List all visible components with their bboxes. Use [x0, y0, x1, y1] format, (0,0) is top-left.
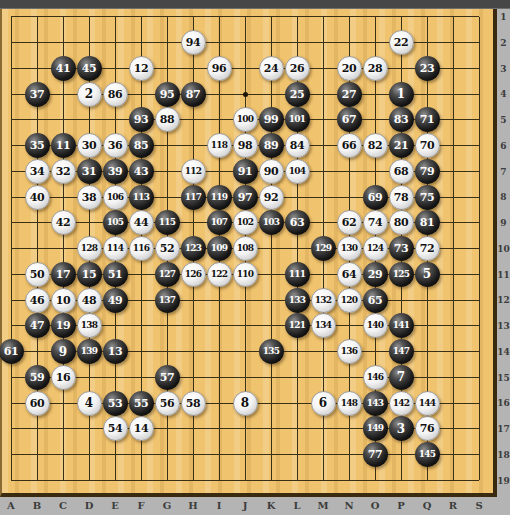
intersection-G10[interactable]: 52	[154, 236, 180, 262]
intersection-K19[interactable]	[258, 468, 284, 494]
intersection-I8[interactable]: 119	[206, 184, 232, 210]
intersection-C11[interactable]: 17	[50, 262, 76, 288]
intersection-I17[interactable]	[206, 416, 232, 442]
intersection-H7[interactable]: 112	[180, 159, 206, 185]
intersection-N8[interactable]	[336, 184, 362, 210]
intersection-G15[interactable]: 57	[154, 365, 180, 391]
intersection-B7[interactable]: 34	[24, 159, 50, 185]
intersection-N11[interactable]: 64	[336, 262, 362, 288]
intersection-E14[interactable]: 13	[102, 339, 128, 365]
intersection-I16[interactable]	[206, 390, 232, 416]
intersection-O16[interactable]: 143	[362, 390, 388, 416]
intersection-Q12[interactable]	[414, 287, 440, 313]
intersection-G4[interactable]: 95	[154, 81, 180, 107]
intersection-O3[interactable]: 28	[362, 56, 388, 82]
intersection-A17[interactable]	[0, 416, 24, 442]
intersection-K14[interactable]: 135	[258, 339, 284, 365]
intersection-H10[interactable]: 123	[180, 236, 206, 262]
intersection-I13[interactable]	[206, 313, 232, 339]
intersection-D9[interactable]	[76, 210, 102, 236]
intersection-J6[interactable]: 98	[232, 133, 258, 159]
intersection-R10[interactable]	[440, 236, 466, 262]
intersection-I10[interactable]: 109	[206, 236, 232, 262]
intersection-S15[interactable]	[466, 365, 492, 391]
intersection-G9[interactable]: 115	[154, 210, 180, 236]
intersection-F15[interactable]	[128, 365, 154, 391]
intersection-C15[interactable]: 16	[50, 365, 76, 391]
intersection-K2[interactable]	[258, 30, 284, 56]
intersection-O14[interactable]	[362, 339, 388, 365]
intersection-D12[interactable]: 48	[76, 287, 102, 313]
intersection-O4[interactable]	[362, 81, 388, 107]
intersection-A6[interactable]	[0, 133, 24, 159]
intersection-H17[interactable]	[180, 416, 206, 442]
intersection-M4[interactable]	[310, 81, 336, 107]
intersection-N13[interactable]	[336, 313, 362, 339]
intersection-B14[interactable]	[24, 339, 50, 365]
intersection-P4[interactable]: 1	[388, 81, 414, 107]
intersection-I2[interactable]	[206, 30, 232, 56]
intersection-G17[interactable]	[154, 416, 180, 442]
intersection-A3[interactable]	[0, 56, 24, 82]
intersection-G12[interactable]: 137	[154, 287, 180, 313]
intersection-R3[interactable]	[440, 56, 466, 82]
intersection-D6[interactable]: 30	[76, 133, 102, 159]
intersection-D10[interactable]: 128	[76, 236, 102, 262]
intersection-R15[interactable]	[440, 365, 466, 391]
intersection-F19[interactable]	[128, 468, 154, 494]
intersection-R16[interactable]	[440, 390, 466, 416]
intersection-M16[interactable]: 6	[310, 390, 336, 416]
intersection-D14[interactable]: 139	[76, 339, 102, 365]
intersection-J2[interactable]	[232, 30, 258, 56]
intersection-P12[interactable]	[388, 287, 414, 313]
intersection-Q8[interactable]: 75	[414, 184, 440, 210]
intersection-Q7[interactable]: 79	[414, 159, 440, 185]
intersection-N14[interactable]: 136	[336, 339, 362, 365]
intersection-H14[interactable]	[180, 339, 206, 365]
intersection-G13[interactable]	[154, 313, 180, 339]
intersection-H9[interactable]	[180, 210, 206, 236]
intersection-H16[interactable]: 58	[180, 390, 206, 416]
intersection-Q4[interactable]	[414, 81, 440, 107]
intersection-Q14[interactable]	[414, 339, 440, 365]
intersection-M13[interactable]: 134	[310, 313, 336, 339]
intersection-N17[interactable]	[336, 416, 362, 442]
intersection-S7[interactable]	[466, 159, 492, 185]
intersection-L12[interactable]: 133	[284, 287, 310, 313]
intersection-A14[interactable]: 61	[0, 339, 24, 365]
intersection-L2[interactable]	[284, 30, 310, 56]
intersection-I7[interactable]	[206, 159, 232, 185]
intersection-D5[interactable]	[76, 107, 102, 133]
intersection-S4[interactable]	[466, 81, 492, 107]
intersection-N5[interactable]: 67	[336, 107, 362, 133]
intersection-H19[interactable]	[180, 468, 206, 494]
intersection-D17[interactable]	[76, 416, 102, 442]
intersection-S9[interactable]	[466, 210, 492, 236]
intersection-P11[interactable]: 125	[388, 262, 414, 288]
intersection-P5[interactable]: 83	[388, 107, 414, 133]
intersection-E11[interactable]: 51	[102, 262, 128, 288]
intersection-I15[interactable]	[206, 365, 232, 391]
intersection-N12[interactable]: 120	[336, 287, 362, 313]
intersection-N4[interactable]: 27	[336, 81, 362, 107]
intersection-D8[interactable]: 38	[76, 184, 102, 210]
intersection-S18[interactable]	[466, 442, 492, 468]
intersection-I12[interactable]	[206, 287, 232, 313]
intersection-J11[interactable]: 110	[232, 262, 258, 288]
intersection-M17[interactable]	[310, 416, 336, 442]
intersection-L10[interactable]	[284, 236, 310, 262]
intersection-L15[interactable]	[284, 365, 310, 391]
intersection-L5[interactable]: 101	[284, 107, 310, 133]
intersection-I6[interactable]: 118	[206, 133, 232, 159]
intersection-D13[interactable]: 138	[76, 313, 102, 339]
intersection-D18[interactable]	[76, 442, 102, 468]
intersection-D3[interactable]: 45	[76, 56, 102, 82]
intersection-N19[interactable]	[336, 468, 362, 494]
intersection-S5[interactable]	[466, 107, 492, 133]
intersection-G14[interactable]	[154, 339, 180, 365]
intersection-K16[interactable]	[258, 390, 284, 416]
intersection-F13[interactable]	[128, 313, 154, 339]
intersection-F4[interactable]	[128, 81, 154, 107]
intersection-A10[interactable]	[0, 236, 24, 262]
intersection-K8[interactable]: 92	[258, 184, 284, 210]
intersection-C19[interactable]	[50, 468, 76, 494]
intersection-G6[interactable]	[154, 133, 180, 159]
intersection-G18[interactable]	[154, 442, 180, 468]
intersection-O12[interactable]: 65	[362, 287, 388, 313]
intersection-J12[interactable]	[232, 287, 258, 313]
intersection-Q16[interactable]: 144	[414, 390, 440, 416]
intersection-P15[interactable]: 7	[388, 365, 414, 391]
intersection-I9[interactable]: 107	[206, 210, 232, 236]
intersection-Q19[interactable]	[414, 468, 440, 494]
intersection-C16[interactable]	[50, 390, 76, 416]
intersection-C13[interactable]: 19	[50, 313, 76, 339]
intersection-F17[interactable]: 14	[128, 416, 154, 442]
intersection-M12[interactable]: 132	[310, 287, 336, 313]
intersection-S16[interactable]	[466, 390, 492, 416]
intersection-B9[interactable]	[24, 210, 50, 236]
intersection-I18[interactable]	[206, 442, 232, 468]
intersection-L8[interactable]	[284, 184, 310, 210]
intersection-M11[interactable]	[310, 262, 336, 288]
intersection-K17[interactable]	[258, 416, 284, 442]
intersection-J8[interactable]: 97	[232, 184, 258, 210]
intersection-P16[interactable]: 142	[388, 390, 414, 416]
intersection-B6[interactable]: 35	[24, 133, 50, 159]
intersection-Q5[interactable]: 71	[414, 107, 440, 133]
intersection-Q9[interactable]: 81	[414, 210, 440, 236]
intersection-B12[interactable]: 46	[24, 287, 50, 313]
intersection-M5[interactable]	[310, 107, 336, 133]
intersection-P9[interactable]: 80	[388, 210, 414, 236]
intersection-K10[interactable]	[258, 236, 284, 262]
intersection-E19[interactable]	[102, 468, 128, 494]
intersection-G5[interactable]: 88	[154, 107, 180, 133]
intersection-M7[interactable]	[310, 159, 336, 185]
intersection-F14[interactable]	[128, 339, 154, 365]
intersection-C3[interactable]: 41	[50, 56, 76, 82]
intersection-C10[interactable]	[50, 236, 76, 262]
intersection-O11[interactable]: 29	[362, 262, 388, 288]
intersection-E15[interactable]	[102, 365, 128, 391]
intersection-L17[interactable]	[284, 416, 310, 442]
intersection-P13[interactable]: 141	[388, 313, 414, 339]
intersection-B5[interactable]	[24, 107, 50, 133]
intersection-L11[interactable]: 111	[284, 262, 310, 288]
intersection-K9[interactable]: 103	[258, 210, 284, 236]
intersection-C12[interactable]: 10	[50, 287, 76, 313]
intersection-R5[interactable]	[440, 107, 466, 133]
intersection-F16[interactable]: 55	[128, 390, 154, 416]
intersection-L9[interactable]: 63	[284, 210, 310, 236]
intersection-O5[interactable]	[362, 107, 388, 133]
intersection-R11[interactable]	[440, 262, 466, 288]
intersection-P8[interactable]: 78	[388, 184, 414, 210]
intersection-C6[interactable]: 11	[50, 133, 76, 159]
intersection-D2[interactable]	[76, 30, 102, 56]
intersection-B11[interactable]: 50	[24, 262, 50, 288]
intersection-P19[interactable]	[388, 468, 414, 494]
intersection-E3[interactable]	[102, 56, 128, 82]
intersection-K3[interactable]: 24	[258, 56, 284, 82]
intersection-M6[interactable]	[310, 133, 336, 159]
intersection-R6[interactable]	[440, 133, 466, 159]
intersection-K11[interactable]	[258, 262, 284, 288]
intersection-S17[interactable]	[466, 416, 492, 442]
intersection-C5[interactable]	[50, 107, 76, 133]
intersection-G3[interactable]	[154, 56, 180, 82]
intersection-J10[interactable]: 108	[232, 236, 258, 262]
intersection-S14[interactable]	[466, 339, 492, 365]
intersection-A13[interactable]	[0, 313, 24, 339]
intersection-H5[interactable]	[180, 107, 206, 133]
intersection-M2[interactable]	[310, 30, 336, 56]
intersection-S11[interactable]	[466, 262, 492, 288]
intersection-Q17[interactable]: 76	[414, 416, 440, 442]
intersection-K5[interactable]: 99	[258, 107, 284, 133]
intersection-R14[interactable]	[440, 339, 466, 365]
intersection-M19[interactable]	[310, 468, 336, 494]
intersection-R12[interactable]	[440, 287, 466, 313]
intersection-N7[interactable]	[336, 159, 362, 185]
intersection-I14[interactable]	[206, 339, 232, 365]
intersection-J16[interactable]: 8	[232, 390, 258, 416]
intersection-N6[interactable]: 66	[336, 133, 362, 159]
intersection-S6[interactable]	[466, 133, 492, 159]
intersection-Q18[interactable]: 145	[414, 442, 440, 468]
intersection-R9[interactable]	[440, 210, 466, 236]
intersection-A18[interactable]	[0, 442, 24, 468]
intersection-J5[interactable]: 100	[232, 107, 258, 133]
intersection-J19[interactable]	[232, 468, 258, 494]
intersection-A8[interactable]	[0, 184, 24, 210]
intersection-E6[interactable]: 36	[102, 133, 128, 159]
intersection-C18[interactable]	[50, 442, 76, 468]
intersection-M18[interactable]	[310, 442, 336, 468]
intersection-H4[interactable]: 87	[180, 81, 206, 107]
intersection-J13[interactable]	[232, 313, 258, 339]
intersection-L16[interactable]	[284, 390, 310, 416]
intersection-O15[interactable]: 146	[362, 365, 388, 391]
intersection-H18[interactable]	[180, 442, 206, 468]
intersection-A4[interactable]	[0, 81, 24, 107]
intersection-Q2[interactable]	[414, 30, 440, 56]
intersection-A2[interactable]	[0, 30, 24, 56]
intersection-F6[interactable]: 85	[128, 133, 154, 159]
intersection-E12[interactable]: 49	[102, 287, 128, 313]
intersection-G2[interactable]	[154, 30, 180, 56]
intersection-F8[interactable]: 113	[128, 184, 154, 210]
intersection-O10[interactable]: 124	[362, 236, 388, 262]
intersection-N16[interactable]: 148	[336, 390, 362, 416]
intersection-B4[interactable]: 37	[24, 81, 50, 107]
intersection-S8[interactable]	[466, 184, 492, 210]
intersection-E17[interactable]: 54	[102, 416, 128, 442]
intersection-D15[interactable]	[76, 365, 102, 391]
intersection-O8[interactable]: 69	[362, 184, 388, 210]
intersection-B15[interactable]: 59	[24, 365, 50, 391]
intersection-R18[interactable]	[440, 442, 466, 468]
intersection-J15[interactable]	[232, 365, 258, 391]
intersection-P3[interactable]	[388, 56, 414, 82]
intersection-A12[interactable]	[0, 287, 24, 313]
intersection-K4[interactable]	[258, 81, 284, 107]
intersection-O18[interactable]: 77	[362, 442, 388, 468]
intersection-C17[interactable]	[50, 416, 76, 442]
intersection-B10[interactable]	[24, 236, 50, 262]
intersection-M14[interactable]	[310, 339, 336, 365]
intersection-I3[interactable]: 96	[206, 56, 232, 82]
intersection-E9[interactable]: 105	[102, 210, 128, 236]
intersection-E13[interactable]	[102, 313, 128, 339]
intersection-E2[interactable]	[102, 30, 128, 56]
intersection-L3[interactable]: 26	[284, 56, 310, 82]
intersection-O17[interactable]: 149	[362, 416, 388, 442]
intersection-B16[interactable]: 60	[24, 390, 50, 416]
intersection-C8[interactable]	[50, 184, 76, 210]
intersection-F12[interactable]	[128, 287, 154, 313]
intersection-Q3[interactable]: 23	[414, 56, 440, 82]
intersection-I11[interactable]: 122	[206, 262, 232, 288]
intersection-P18[interactable]	[388, 442, 414, 468]
intersection-O19[interactable]	[362, 468, 388, 494]
intersection-A19[interactable]	[0, 468, 24, 494]
intersection-N3[interactable]: 20	[336, 56, 362, 82]
intersection-D4[interactable]: 2	[76, 81, 102, 107]
intersection-P7[interactable]: 68	[388, 159, 414, 185]
intersection-H12[interactable]	[180, 287, 206, 313]
intersection-B8[interactable]: 40	[24, 184, 50, 210]
intersection-G16[interactable]: 56	[154, 390, 180, 416]
intersection-J7[interactable]: 91	[232, 159, 258, 185]
intersection-B19[interactable]	[24, 468, 50, 494]
intersection-N9[interactable]: 62	[336, 210, 362, 236]
intersection-A11[interactable]	[0, 262, 24, 288]
intersection-J14[interactable]	[232, 339, 258, 365]
intersection-O2[interactable]	[362, 30, 388, 56]
intersection-N2[interactable]	[336, 30, 362, 56]
intersection-H2[interactable]: 94	[180, 30, 206, 56]
intersection-O9[interactable]: 74	[362, 210, 388, 236]
intersection-N18[interactable]	[336, 442, 362, 468]
intersection-E8[interactable]: 106	[102, 184, 128, 210]
intersection-G7[interactable]	[154, 159, 180, 185]
intersection-H15[interactable]	[180, 365, 206, 391]
intersection-R7[interactable]	[440, 159, 466, 185]
intersection-M8[interactable]	[310, 184, 336, 210]
intersection-E10[interactable]: 114	[102, 236, 128, 262]
intersection-P10[interactable]: 73	[388, 236, 414, 262]
intersection-S10[interactable]	[466, 236, 492, 262]
intersection-M15[interactable]	[310, 365, 336, 391]
intersection-L13[interactable]: 121	[284, 313, 310, 339]
intersection-D7[interactable]: 31	[76, 159, 102, 185]
intersection-J3[interactable]	[232, 56, 258, 82]
intersection-G11[interactable]: 127	[154, 262, 180, 288]
intersection-F9[interactable]: 44	[128, 210, 154, 236]
intersection-N15[interactable]	[336, 365, 362, 391]
intersection-B17[interactable]	[24, 416, 50, 442]
intersection-L18[interactable]	[284, 442, 310, 468]
intersection-I4[interactable]	[206, 81, 232, 107]
intersection-J18[interactable]	[232, 442, 258, 468]
intersection-D19[interactable]	[76, 468, 102, 494]
intersection-Q15[interactable]	[414, 365, 440, 391]
intersection-F2[interactable]	[128, 30, 154, 56]
intersection-G8[interactable]	[154, 184, 180, 210]
intersection-R17[interactable]	[440, 416, 466, 442]
intersection-K12[interactable]	[258, 287, 284, 313]
intersection-S2[interactable]	[466, 30, 492, 56]
intersection-M3[interactable]	[310, 56, 336, 82]
intersection-S12[interactable]	[466, 287, 492, 313]
intersection-F7[interactable]: 43	[128, 159, 154, 185]
intersection-Q11[interactable]: 5	[414, 262, 440, 288]
intersection-D16[interactable]: 4	[76, 390, 102, 416]
intersection-D11[interactable]: 15	[76, 262, 102, 288]
intersection-L19[interactable]	[284, 468, 310, 494]
intersection-K13[interactable]	[258, 313, 284, 339]
intersection-P2[interactable]: 22	[388, 30, 414, 56]
intersection-L6[interactable]: 84	[284, 133, 310, 159]
intersection-E18[interactable]	[102, 442, 128, 468]
intersection-C4[interactable]	[50, 81, 76, 107]
intersection-B3[interactable]	[24, 56, 50, 82]
intersection-N10[interactable]: 130	[336, 236, 362, 262]
intersection-A15[interactable]	[0, 365, 24, 391]
intersection-F18[interactable]	[128, 442, 154, 468]
intersection-B18[interactable]	[24, 442, 50, 468]
intersection-C14[interactable]: 9	[50, 339, 76, 365]
intersection-E5[interactable]	[102, 107, 128, 133]
intersection-M10[interactable]: 129	[310, 236, 336, 262]
intersection-R13[interactable]	[440, 313, 466, 339]
intersection-O7[interactable]	[362, 159, 388, 185]
intersection-C9[interactable]: 42	[50, 210, 76, 236]
intersection-F5[interactable]: 93	[128, 107, 154, 133]
intersection-J4[interactable]	[232, 81, 258, 107]
intersection-F10[interactable]: 116	[128, 236, 154, 262]
intersection-R8[interactable]	[440, 184, 466, 210]
intersection-H13[interactable]	[180, 313, 206, 339]
intersection-F11[interactable]	[128, 262, 154, 288]
intersection-H6[interactable]	[180, 133, 206, 159]
